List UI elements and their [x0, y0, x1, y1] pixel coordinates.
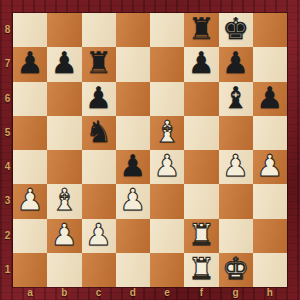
white-pawn-a3[interactable]: ♟: [17, 185, 44, 215]
square-a7[interactable]: ♟: [13, 47, 47, 81]
file-label-d: d: [127, 287, 139, 299]
square-a2[interactable]: [13, 219, 47, 253]
square-d3[interactable]: ♟: [116, 184, 150, 218]
square-h5[interactable]: [253, 116, 287, 150]
square-e8[interactable]: [150, 13, 184, 47]
rank-label-3: 3: [3, 195, 12, 206]
black-pawn-c6[interactable]: ♟: [85, 83, 112, 113]
square-h1[interactable]: [253, 253, 287, 287]
square-c6[interactable]: ♟: [82, 82, 116, 116]
square-a6[interactable]: [13, 82, 47, 116]
file-label-a: a: [24, 287, 36, 299]
square-f5[interactable]: [184, 116, 218, 150]
rank-label-4: 4: [3, 161, 12, 172]
square-f4[interactable]: [184, 150, 218, 184]
square-e5[interactable]: ♝: [150, 116, 184, 150]
square-f3[interactable]: [184, 184, 218, 218]
square-g8[interactable]: ♚: [219, 13, 253, 47]
white-pawn-b2[interactable]: ♟: [51, 220, 78, 250]
square-a1[interactable]: [13, 253, 47, 287]
square-b6[interactable]: [47, 82, 81, 116]
square-d6[interactable]: [116, 82, 150, 116]
black-pawn-g7[interactable]: ♟: [222, 48, 249, 78]
square-d2[interactable]: [116, 219, 150, 253]
square-c8[interactable]: [82, 13, 116, 47]
square-b1[interactable]: [47, 253, 81, 287]
square-h4[interactable]: ♟: [253, 150, 287, 184]
square-b3[interactable]: ♝: [47, 184, 81, 218]
square-g4[interactable]: ♟: [219, 150, 253, 184]
square-d5[interactable]: [116, 116, 150, 150]
black-bishop-g6[interactable]: ♝: [222, 83, 249, 113]
square-b5[interactable]: [47, 116, 81, 150]
chess-board: ♜♚♟♟♜♟♟♟♝♟♞♝♟♟♟♟♟♝♟♟♟♜♜♚: [13, 13, 287, 287]
square-e6[interactable]: [150, 82, 184, 116]
square-c2[interactable]: ♟: [82, 219, 116, 253]
square-g3[interactable]: [219, 184, 253, 218]
white-pawn-g4[interactable]: ♟: [222, 151, 249, 181]
file-label-f: f: [195, 287, 207, 299]
file-label-e: e: [161, 287, 173, 299]
square-h2[interactable]: [253, 219, 287, 253]
square-c4[interactable]: [82, 150, 116, 184]
rank-label-5: 5: [3, 127, 12, 138]
square-h7[interactable]: [253, 47, 287, 81]
square-h8[interactable]: [253, 13, 287, 47]
square-b8[interactable]: [47, 13, 81, 47]
square-g1[interactable]: ♚: [219, 253, 253, 287]
white-bishop-b3[interactable]: ♝: [51, 185, 78, 215]
file-label-b: b: [58, 287, 70, 299]
square-d1[interactable]: [116, 253, 150, 287]
square-f6[interactable]: [184, 82, 218, 116]
square-a8[interactable]: [13, 13, 47, 47]
square-c3[interactable]: [82, 184, 116, 218]
white-bishop-e5[interactable]: ♝: [154, 117, 181, 147]
white-rook-f2[interactable]: ♜: [188, 220, 215, 250]
square-e4[interactable]: ♟: [150, 150, 184, 184]
rank-label-1: 1: [3, 264, 12, 275]
square-e1[interactable]: [150, 253, 184, 287]
square-g2[interactable]: [219, 219, 253, 253]
black-rook-c7[interactable]: ♜: [85, 48, 112, 78]
rank-label-6: 6: [3, 93, 12, 104]
white-king-g1[interactable]: ♚: [222, 254, 249, 284]
rank-label-8: 8: [3, 24, 12, 35]
black-pawn-f7[interactable]: ♟: [188, 48, 215, 78]
square-e7[interactable]: [150, 47, 184, 81]
square-b4[interactable]: [47, 150, 81, 184]
black-rook-f8[interactable]: ♜: [188, 14, 215, 44]
black-pawn-h6[interactable]: ♟: [256, 83, 283, 113]
rank-label-2: 2: [3, 230, 12, 241]
square-f2[interactable]: ♜: [184, 219, 218, 253]
file-label-c: c: [93, 287, 105, 299]
black-pawn-b7[interactable]: ♟: [51, 48, 78, 78]
square-a3[interactable]: ♟: [13, 184, 47, 218]
square-b7[interactable]: ♟: [47, 47, 81, 81]
square-f1[interactable]: ♜: [184, 253, 218, 287]
file-label-h: h: [264, 287, 276, 299]
square-d8[interactable]: [116, 13, 150, 47]
square-c7[interactable]: ♜: [82, 47, 116, 81]
square-e3[interactable]: [150, 184, 184, 218]
black-pawn-a7[interactable]: ♟: [17, 48, 44, 78]
black-king-g8[interactable]: ♚: [222, 14, 249, 44]
file-label-g: g: [230, 287, 242, 299]
white-pawn-c2[interactable]: ♟: [85, 220, 112, 250]
chess-diagram: ♜♚♟♟♜♟♟♟♝♟♞♝♟♟♟♟♟♝♟♟♟♜♜♚ 87654321abcdefg…: [0, 0, 300, 300]
square-d7[interactable]: [116, 47, 150, 81]
square-g5[interactable]: [219, 116, 253, 150]
square-a5[interactable]: [13, 116, 47, 150]
square-b2[interactable]: ♟: [47, 219, 81, 253]
square-e2[interactable]: [150, 219, 184, 253]
white-pawn-e4[interactable]: ♟: [154, 151, 181, 181]
square-f8[interactable]: ♜: [184, 13, 218, 47]
black-knight-c5[interactable]: ♞: [85, 117, 112, 147]
square-h6[interactable]: ♟: [253, 82, 287, 116]
square-a4[interactable]: [13, 150, 47, 184]
white-rook-f1[interactable]: ♜: [188, 254, 215, 284]
square-c1[interactable]: [82, 253, 116, 287]
square-d4[interactable]: ♟: [116, 150, 150, 184]
square-g7[interactable]: ♟: [219, 47, 253, 81]
rank-label-7: 7: [3, 58, 12, 69]
black-pawn-d4[interactable]: ♟: [119, 151, 146, 181]
square-c5[interactable]: ♞: [82, 116, 116, 150]
white-pawn-h4[interactable]: ♟: [256, 151, 283, 181]
square-f7[interactable]: ♟: [184, 47, 218, 81]
square-h3[interactable]: [253, 184, 287, 218]
square-g6[interactable]: ♝: [219, 82, 253, 116]
white-pawn-d3[interactable]: ♟: [119, 185, 146, 215]
